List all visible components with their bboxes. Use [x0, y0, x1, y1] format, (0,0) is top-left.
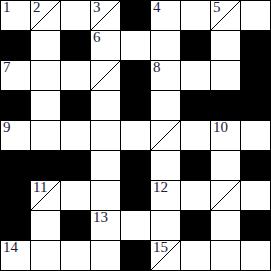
block-cell-r7c8: [241, 211, 270, 240]
cell-r0c6[interactable]: [181, 1, 210, 30]
cell-r8c5[interactable]: 15: [151, 241, 180, 270]
block-cell-r2c8: [241, 61, 270, 90]
block-cell-r3c4: [121, 91, 150, 120]
cell-r8c8[interactable]: [241, 241, 270, 270]
clue-number-5: 5: [213, 0, 221, 16]
cell-r3c3[interactable]: [91, 91, 120, 120]
cell-r7c3[interactable]: 13: [91, 211, 120, 240]
cell-r0c0[interactable]: 1: [1, 1, 30, 30]
cell-r3c5[interactable]: [151, 91, 180, 120]
cell-r7c4[interactable]: [121, 211, 150, 240]
clue-number-15: 15: [153, 240, 168, 256]
cell-r6c5[interactable]: 12: [151, 181, 180, 210]
cell-r1c1[interactable]: [31, 31, 60, 60]
block-cell-r1c8: [241, 31, 270, 60]
cell-r4c3[interactable]: [91, 121, 120, 150]
diagonal-slash: [151, 121, 180, 150]
cell-r1c3[interactable]: 6: [91, 31, 120, 60]
crossword-grid: 123456789101112131415: [0, 0, 271, 271]
cell-r2c6[interactable]: [181, 61, 210, 90]
cell-r6c6[interactable]: [181, 181, 210, 210]
block-cell-r3c0: [1, 91, 30, 120]
cell-r8c0[interactable]: 14: [1, 241, 30, 270]
clue-number-6: 6: [93, 30, 101, 46]
block-cell-r6c0: [1, 181, 30, 210]
cell-r2c7[interactable]: [211, 61, 240, 90]
cell-r0c5[interactable]: 4: [151, 1, 180, 30]
block-cell-r3c8: [241, 91, 270, 120]
cell-r7c5[interactable]: [151, 211, 180, 240]
clue-number-10: 10: [213, 120, 228, 136]
cell-r2c2[interactable]: [61, 61, 90, 90]
clue-number-14: 14: [3, 240, 18, 256]
cell-r4c2[interactable]: [61, 121, 90, 150]
block-cell-r7c6: [181, 211, 210, 240]
block-cell-r7c2: [61, 211, 90, 240]
diagonal-slash: [91, 61, 120, 90]
cell-r7c7[interactable]: [211, 211, 240, 240]
block-cell-r5c2: [61, 151, 90, 180]
cell-r1c4[interactable]: [121, 31, 150, 60]
cell-r0c1[interactable]: 2: [31, 1, 60, 30]
diagonal-slash: [211, 181, 240, 210]
cell-r7c1[interactable]: [31, 211, 60, 240]
cell-r6c1[interactable]: 11: [31, 181, 60, 210]
cell-r3c1[interactable]: [31, 91, 60, 120]
block-cell-r8c4: [121, 241, 150, 270]
clue-number-13: 13: [93, 210, 108, 226]
block-cell-r5c1: [31, 151, 60, 180]
cell-r6c8[interactable]: [241, 181, 270, 210]
clue-number-1: 1: [3, 0, 11, 16]
block-cell-r2c4: [121, 61, 150, 90]
cell-r2c1[interactable]: [31, 61, 60, 90]
cell-r4c7[interactable]: 10: [211, 121, 240, 150]
clue-number-8: 8: [153, 60, 161, 76]
block-cell-r0c4: [121, 1, 150, 30]
clue-number-7: 7: [3, 60, 11, 76]
cell-r4c8[interactable]: [241, 121, 270, 150]
cell-r1c5[interactable]: [151, 31, 180, 60]
cell-r0c8[interactable]: [241, 1, 270, 30]
cell-r4c5[interactable]: [151, 121, 180, 150]
cell-r2c0[interactable]: 7: [1, 61, 30, 90]
block-cell-r5c6: [181, 151, 210, 180]
block-cell-r6c4: [121, 181, 150, 210]
block-cell-r5c8: [241, 151, 270, 180]
clue-number-3: 3: [93, 0, 101, 16]
block-cell-r1c0: [1, 31, 30, 60]
cell-r4c1[interactable]: [31, 121, 60, 150]
cell-r4c0[interactable]: 9: [1, 121, 30, 150]
cell-r0c7[interactable]: 5: [211, 1, 240, 30]
block-cell-r1c2: [61, 31, 90, 60]
cell-r8c2[interactable]: [61, 241, 90, 270]
block-cell-r1c6: [181, 31, 210, 60]
cell-r6c7[interactable]: [211, 181, 240, 210]
cell-r5c3[interactable]: [91, 151, 120, 180]
cell-r6c2[interactable]: [61, 181, 90, 210]
cell-r4c4[interactable]: [121, 121, 150, 150]
cell-r6c3[interactable]: [91, 181, 120, 210]
cell-r2c5[interactable]: 8: [151, 61, 180, 90]
clue-number-2: 2: [33, 0, 41, 16]
cell-r8c7[interactable]: [211, 241, 240, 270]
block-cell-r5c0: [1, 151, 30, 180]
cell-r0c3[interactable]: 3: [91, 1, 120, 30]
block-cell-r5c4: [121, 151, 150, 180]
cell-r8c1[interactable]: [31, 241, 60, 270]
cell-r4c6[interactable]: [181, 121, 210, 150]
block-cell-r7c0: [1, 211, 30, 240]
clue-number-9: 9: [3, 120, 11, 136]
clue-number-11: 11: [33, 180, 47, 196]
cell-r8c6[interactable]: [181, 241, 210, 270]
clue-number-4: 4: [153, 0, 161, 16]
block-cell-r3c2: [61, 91, 90, 120]
cell-r8c3[interactable]: [91, 241, 120, 270]
clue-number-12: 12: [153, 180, 168, 196]
cell-r1c7[interactable]: [211, 31, 240, 60]
cell-r2c3[interactable]: [91, 61, 120, 90]
cell-r5c5[interactable]: [151, 151, 180, 180]
cell-r0c2[interactable]: [61, 1, 90, 30]
block-cell-r3c6: [181, 91, 210, 120]
block-cell-r3c7: [211, 91, 240, 120]
cell-r5c7[interactable]: [211, 151, 240, 180]
